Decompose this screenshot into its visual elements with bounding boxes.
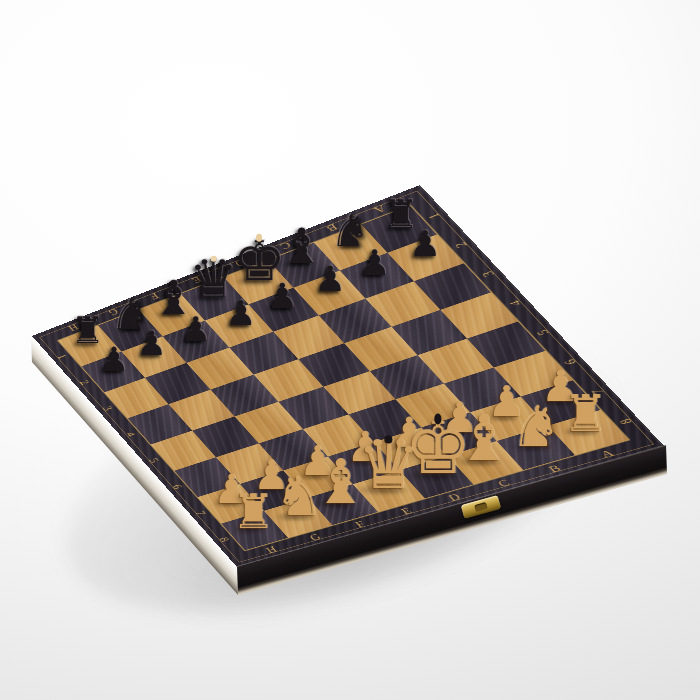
file-label-near-a: A bbox=[598, 448, 616, 459]
file-label-near-c: C bbox=[496, 478, 512, 488]
rank-label-left-4: 4 bbox=[124, 431, 138, 438]
rank-label-left-8: 8 bbox=[217, 536, 231, 543]
clasp-slot bbox=[474, 502, 487, 512]
file-label-far-f: F bbox=[148, 291, 161, 300]
file-label-near-d: D bbox=[446, 492, 462, 502]
rank-label-left-1: 1 bbox=[55, 353, 68, 360]
rank-label-left-7: 7 bbox=[193, 510, 207, 517]
file-label-near-f: F bbox=[354, 520, 367, 529]
chess-set-photo: HH11GG22FF33EE44DD55CC66BB77AA88 ♜♞♝♚♛♝♞… bbox=[0, 0, 700, 700]
rank-label-left-5: 5 bbox=[147, 457, 161, 464]
file-label-far-g: G bbox=[106, 307, 120, 317]
rank-label-right-2: 2 bbox=[453, 240, 470, 249]
file-label-far-c: C bbox=[278, 240, 293, 251]
file-label-far-e: E bbox=[190, 275, 204, 285]
rank-label-right-1: 1 bbox=[426, 212, 443, 221]
file-label-far-b: B bbox=[324, 222, 339, 233]
file-label-far-h: H bbox=[66, 323, 80, 333]
rank-label-right-3: 3 bbox=[480, 270, 497, 279]
rank-label-right-6: 6 bbox=[562, 358, 580, 366]
file-label-far-a: A bbox=[372, 203, 388, 214]
rank-label-left-6: 6 bbox=[170, 483, 184, 490]
rank-label-right-8: 8 bbox=[617, 417, 635, 425]
rank-label-left-3: 3 bbox=[101, 405, 115, 412]
rank-label-left-2: 2 bbox=[78, 379, 92, 386]
file-label-near-e: E bbox=[400, 506, 414, 516]
rank-label-right-5: 5 bbox=[534, 328, 552, 337]
file-label-far-d: D bbox=[233, 258, 248, 269]
file-label-near-g: G bbox=[308, 533, 323, 543]
rank-label-right-7: 7 bbox=[589, 387, 607, 395]
rank-label-right-4: 4 bbox=[507, 299, 524, 308]
file-label-near-b: B bbox=[547, 464, 563, 474]
file-label-near-h: H bbox=[264, 545, 279, 555]
